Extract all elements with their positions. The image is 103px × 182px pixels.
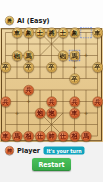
last-move-from-marker — [81, 27, 92, 38]
point-marker: + — [26, 99, 32, 105]
piece-red-r-r9f0[interactable]: 車 — [0, 131, 11, 142]
piece-red-p-r6f4[interactable]: 兵 — [46, 96, 57, 107]
xiangqi-board[interactable]: ++++++++++++++車象士將士象車砲馬砲馬卒卒卒卒卒兵兵兵兵兵炮炮車車馬… — [0, 28, 103, 142]
piece-black-p-r3f4[interactable]: 卒 — [46, 62, 57, 73]
piece-red-c-r7f4[interactable]: 炮 — [46, 108, 57, 119]
piece-black-n-r2f2[interactable]: 馬 — [23, 50, 34, 61]
piece-red-b-r9f6[interactable]: 相 — [69, 131, 80, 142]
piece-red-a-r9f5[interactable]: 仕 — [58, 131, 69, 142]
turn-badge: It's your turn — [44, 147, 85, 155]
piece-red-p-r6f8[interactable]: 兵 — [92, 96, 103, 107]
app-root: 將 AI (Easy) ++++++++++++++車象士將 — [0, 0, 103, 182]
piece-red-n-r9f7[interactable]: 馬 — [81, 131, 92, 142]
piece-black-a-r0f3[interactable]: 士 — [35, 27, 46, 38]
piece-black-p-r3f2[interactable]: 卒 — [23, 62, 34, 73]
piece-red-p-r5f2[interactable]: 兵 — [23, 85, 34, 96]
point-marker: + — [72, 64, 78, 70]
bottom-panel: 帥 Player It's your turn Restart — [0, 142, 103, 182]
point-marker: + — [14, 110, 20, 116]
player-row: 帥 Player It's your turn — [5, 146, 85, 155]
piece-red-r-r7f6[interactable]: 車 — [69, 108, 80, 119]
piece-black-c-r2f5[interactable]: 砲 — [58, 50, 69, 61]
piece-black-b-r0f2[interactable]: 象 — [23, 27, 34, 38]
point-marker: + — [83, 110, 89, 116]
piece-red-p-r6f0[interactable]: 兵 — [0, 96, 11, 107]
piece-black-p-r4f6[interactable]: 卒 — [69, 73, 80, 84]
piece-black-r-r0f1[interactable]: 車 — [12, 27, 23, 38]
piece-black-p-r3f8[interactable]: 卒 — [92, 62, 103, 73]
piece-red-n-r9f1[interactable]: 馬 — [12, 131, 23, 142]
piece-black-r-r0f8[interactable]: 車 — [92, 27, 103, 38]
piece-red-k-r9f4[interactable]: 帥 — [46, 131, 57, 142]
ai-row: 將 AI (Easy) — [0, 0, 103, 28]
player-avatar-icon: 帥 — [5, 146, 14, 155]
point-marker: + — [83, 53, 89, 59]
piece-red-a-r9f3[interactable]: 仕 — [35, 131, 46, 142]
piece-black-p-r3f0[interactable]: 卒 — [0, 62, 11, 73]
ai-label: AI (Easy) — [17, 17, 50, 25]
piece-black-k-r0f4[interactable]: 將 — [46, 27, 57, 38]
board-pieces-layer: ++++++++++++++車象士將士象車砲馬砲馬卒卒卒卒卒兵兵兵兵兵炮炮車車馬… — [0, 28, 103, 142]
piece-black-b-r0f6[interactable]: 象 — [69, 27, 80, 38]
piece-red-b-r9f2[interactable]: 相 — [23, 131, 34, 142]
piece-black-a-r0f5[interactable]: 士 — [58, 27, 69, 38]
piece-red-p-r6f6[interactable]: 兵 — [69, 96, 80, 107]
piece-red-c-r7f3[interactable]: 炮 — [35, 108, 46, 119]
piece-black-n-r2f6[interactable]: 馬 — [69, 50, 80, 61]
piece-black-c-r2f1[interactable]: 砲 — [12, 50, 23, 61]
restart-button[interactable]: Restart — [32, 158, 71, 171]
player-label: Player — [17, 147, 40, 155]
ai-avatar-icon: 將 — [5, 16, 14, 25]
